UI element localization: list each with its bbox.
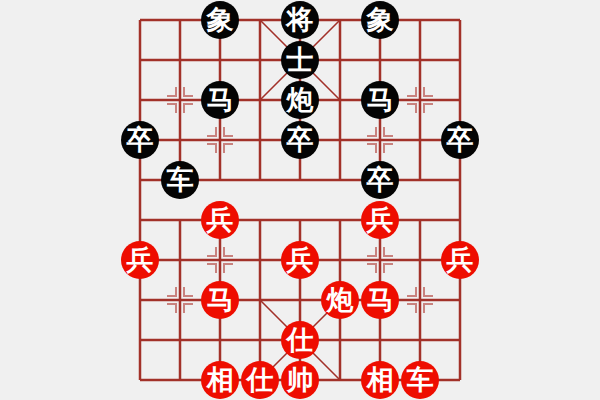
board-point-4-0: 将 xyxy=(280,0,320,40)
piece-black-elephant[interactable]: 象 xyxy=(361,1,399,39)
board-point-5-2 xyxy=(320,80,360,120)
board-point-5-3 xyxy=(320,120,360,160)
piece-black-cannon[interactable]: 炮 xyxy=(281,81,319,119)
piece-red-soldier[interactable]: 兵 xyxy=(361,201,399,239)
board-point-3-3 xyxy=(240,120,280,160)
xiangqi-board: 象将象士马炮马卒卒卒车卒兵兵兵兵兵马炮马仕相仕帅相车 xyxy=(120,0,480,400)
board-point-0-7 xyxy=(120,280,160,320)
piece-red-soldier[interactable]: 兵 xyxy=(121,241,159,279)
board-point-3-9: 仕 xyxy=(240,360,280,400)
board-point-2-2: 马 xyxy=(200,80,240,120)
board-point-2-5: 兵 xyxy=(200,200,240,240)
board-point-2-4 xyxy=(200,160,240,200)
board-point-3-8 xyxy=(240,320,280,360)
board-point-2-9: 相 xyxy=(200,360,240,400)
board-point-7-6 xyxy=(400,240,440,280)
board-point-3-0 xyxy=(240,0,280,40)
piece-black-soldier[interactable]: 卒 xyxy=(121,121,159,159)
board-point-4-9: 帅 xyxy=(280,360,320,400)
board-point-4-3: 卒 xyxy=(280,120,320,160)
board-point-5-8 xyxy=(320,320,360,360)
board-point-1-5 xyxy=(160,200,200,240)
piece-red-chariot[interactable]: 车 xyxy=(401,361,439,399)
board-point-3-1 xyxy=(240,40,280,80)
board-point-2-8 xyxy=(200,320,240,360)
board-point-4-8: 仕 xyxy=(280,320,320,360)
board-point-1-3 xyxy=(160,120,200,160)
piece-red-soldier[interactable]: 兵 xyxy=(201,201,239,239)
board-point-0-5 xyxy=(120,200,160,240)
board-point-6-3 xyxy=(360,120,400,160)
board-point-0-0 xyxy=(120,0,160,40)
board-point-6-1 xyxy=(360,40,400,80)
piece-black-horse[interactable]: 马 xyxy=(201,81,239,119)
board-point-6-4: 卒 xyxy=(360,160,400,200)
piece-red-horse[interactable]: 马 xyxy=(361,281,399,319)
piece-black-soldier[interactable]: 卒 xyxy=(441,121,479,159)
piece-black-chariot[interactable]: 车 xyxy=(161,161,199,199)
board-point-5-1 xyxy=(320,40,360,80)
board-point-7-5 xyxy=(400,200,440,240)
xiangqi-app-screen: 象将象士马炮马卒卒卒车卒兵兵兵兵兵马炮马仕相仕帅相车 xyxy=(0,0,600,400)
board-point-6-9: 相 xyxy=(360,360,400,400)
board-point-0-1 xyxy=(120,40,160,80)
board-point-6-5: 兵 xyxy=(360,200,400,240)
board-point-8-2 xyxy=(440,80,480,120)
board-point-3-6 xyxy=(240,240,280,280)
board-point-4-5 xyxy=(280,200,320,240)
board-point-1-2 xyxy=(160,80,200,120)
board-point-1-0 xyxy=(160,0,200,40)
board-point-7-7 xyxy=(400,280,440,320)
board-point-7-2 xyxy=(400,80,440,120)
board-point-2-7: 马 xyxy=(200,280,240,320)
board-point-5-6 xyxy=(320,240,360,280)
board-point-6-8 xyxy=(360,320,400,360)
board-point-4-2: 炮 xyxy=(280,80,320,120)
board-point-8-7 xyxy=(440,280,480,320)
board-point-6-7: 马 xyxy=(360,280,400,320)
board-point-2-0: 象 xyxy=(200,0,240,40)
board-point-4-6: 兵 xyxy=(280,240,320,280)
board-point-1-4: 车 xyxy=(160,160,200,200)
piece-black-soldier[interactable]: 卒 xyxy=(361,161,399,199)
board-point-4-1: 士 xyxy=(280,40,320,80)
board-point-0-4 xyxy=(120,160,160,200)
piece-red-cannon[interactable]: 炮 xyxy=(321,281,359,319)
piece-black-elephant[interactable]: 象 xyxy=(201,1,239,39)
board-point-3-2 xyxy=(240,80,280,120)
board-point-7-1 xyxy=(400,40,440,80)
board-point-1-7 xyxy=(160,280,200,320)
board-point-8-9 xyxy=(440,360,480,400)
board-point-8-0 xyxy=(440,0,480,40)
board-point-0-2 xyxy=(120,80,160,120)
board-point-1-1 xyxy=(160,40,200,80)
piece-red-advisor[interactable]: 仕 xyxy=(241,361,279,399)
board-point-8-4 xyxy=(440,160,480,200)
board-point-1-8 xyxy=(160,320,200,360)
board-point-7-4 xyxy=(400,160,440,200)
board-point-5-7: 炮 xyxy=(320,280,360,320)
board-point-8-3: 卒 xyxy=(440,120,480,160)
board-point-8-5 xyxy=(440,200,480,240)
board-point-0-9 xyxy=(120,360,160,400)
board-point-7-3 xyxy=(400,120,440,160)
board-point-2-6 xyxy=(200,240,240,280)
board-point-5-5 xyxy=(320,200,360,240)
board-point-3-7 xyxy=(240,280,280,320)
board-point-2-3 xyxy=(200,120,240,160)
piece-black-soldier[interactable]: 卒 xyxy=(281,121,319,159)
piece-red-horse[interactable]: 马 xyxy=(201,281,239,319)
board-point-8-8 xyxy=(440,320,480,360)
piece-black-advisor[interactable]: 士 xyxy=(281,41,319,79)
board-point-5-0 xyxy=(320,0,360,40)
board-point-6-2: 马 xyxy=(360,80,400,120)
board-point-7-8 xyxy=(400,320,440,360)
piece-red-general[interactable]: 帅 xyxy=(281,361,319,399)
board-point-6-6 xyxy=(360,240,400,280)
board-point-0-8 xyxy=(120,320,160,360)
piece-black-horse[interactable]: 马 xyxy=(361,81,399,119)
piece-red-soldier[interactable]: 兵 xyxy=(441,241,479,279)
board-point-4-4 xyxy=(280,160,320,200)
board-point-8-6: 兵 xyxy=(440,240,480,280)
board-point-6-0: 象 xyxy=(360,0,400,40)
piece-red-elephant[interactable]: 相 xyxy=(361,361,399,399)
board-point-0-6: 兵 xyxy=(120,240,160,280)
board-point-7-9: 车 xyxy=(400,360,440,400)
piece-black-general[interactable]: 将 xyxy=(281,1,319,39)
board-point-1-9 xyxy=(160,360,200,400)
board-point-7-0 xyxy=(400,0,440,40)
board-point-0-3: 卒 xyxy=(120,120,160,160)
board-point-5-4 xyxy=(320,160,360,200)
piece-red-elephant[interactable]: 相 xyxy=(201,361,239,399)
piece-red-soldier[interactable]: 兵 xyxy=(281,241,319,279)
board-point-2-1 xyxy=(200,40,240,80)
board-point-1-6 xyxy=(160,240,200,280)
board-point-4-7 xyxy=(280,280,320,320)
piece-red-advisor[interactable]: 仕 xyxy=(281,321,319,359)
board-point-8-1 xyxy=(440,40,480,80)
board-point-3-5 xyxy=(240,200,280,240)
board-point-5-9 xyxy=(320,360,360,400)
board-point-3-4 xyxy=(240,160,280,200)
